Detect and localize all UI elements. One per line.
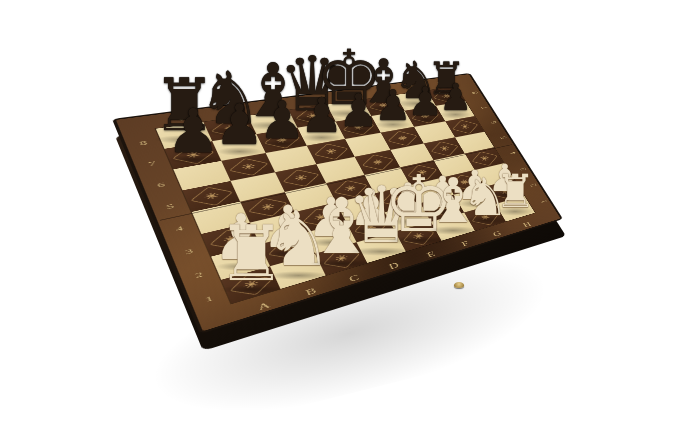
rosette-ornament-icon: ✳	[388, 131, 417, 146]
rank-label-right-6: 6	[489, 121, 498, 125]
file-label-bottom-a: A	[256, 300, 272, 312]
rank-label-left-1: 1	[204, 294, 214, 303]
rank-label-right-7: 7	[479, 106, 488, 109]
file-label-bottom-g: G	[492, 229, 503, 237]
brass-latch-icon	[454, 282, 464, 288]
file-label-bottom-c: C	[348, 273, 361, 283]
rank-label-left-5: 5	[165, 202, 175, 210]
rosette-ornament-icon: ✳	[314, 144, 348, 160]
file-label-bottom-b: B	[304, 286, 318, 297]
rank-label-right-5: 5	[499, 136, 508, 140]
chess-photo-scene: ✳✳✳✳✳✳✳✳✳✳✳✳✳✳✳✳✳✳✳✳✳✳✳✳✳✳✳✳✳✳✳✳ AABBCCD…	[0, 0, 680, 425]
piece-black-pawn[interactable]: ♟	[431, 79, 479, 116]
piece-white-rook[interactable]: ♜	[486, 169, 545, 214]
rosette-ornament-icon: ✳	[431, 141, 458, 155]
rosette-ornament-icon: ✳	[229, 158, 268, 175]
rank-label-right-4: 4	[508, 151, 517, 155]
rank-label-left-6: 6	[156, 181, 166, 188]
rosette-ornament-icon: ✳	[452, 120, 478, 134]
rank-label-left-4: 4	[174, 224, 184, 232]
rank-label-left-3: 3	[184, 247, 194, 255]
file-label-bottom-h: H	[522, 220, 533, 228]
